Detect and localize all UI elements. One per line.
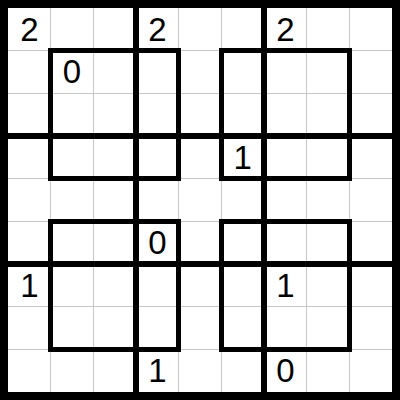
clue-cell-r8c6[interactable]: 0 xyxy=(264,349,307,392)
clue-cell-r6c6[interactable]: 1 xyxy=(264,264,307,307)
region-wall-horizontal xyxy=(5,261,394,266)
clue-cell-r3c5[interactable]: 1 xyxy=(221,136,264,179)
grid-line-vertical xyxy=(306,8,307,392)
region-wall-vertical xyxy=(261,5,266,394)
region-wall-vertical xyxy=(347,48,352,181)
puzzle-screenshot: 2220101110 xyxy=(0,0,400,400)
puzzle-board[interactable]: 2220101110 xyxy=(0,0,400,400)
region-wall-horizontal xyxy=(48,176,181,181)
region-wall-vertical xyxy=(133,5,138,394)
clue-cell-r5c3[interactable]: 0 xyxy=(136,221,179,264)
clue-cell-r1c1[interactable]: 0 xyxy=(51,51,94,94)
region-wall-vertical xyxy=(219,219,224,352)
region-wall-horizontal xyxy=(219,219,352,224)
region-wall-horizontal xyxy=(5,133,394,138)
clue-cell-r6c0[interactable]: 1 xyxy=(8,264,51,307)
region-wall-vertical xyxy=(176,48,181,181)
grid-line-horizontal xyxy=(8,306,392,307)
clue-cell-r0c3[interactable]: 2 xyxy=(136,8,179,51)
clue-cell-r8c3[interactable]: 1 xyxy=(136,349,179,392)
clue-cell-r0c0[interactable]: 2 xyxy=(8,8,51,51)
clue-cell-r0c6[interactable]: 2 xyxy=(264,8,307,51)
region-wall-vertical xyxy=(347,219,352,352)
